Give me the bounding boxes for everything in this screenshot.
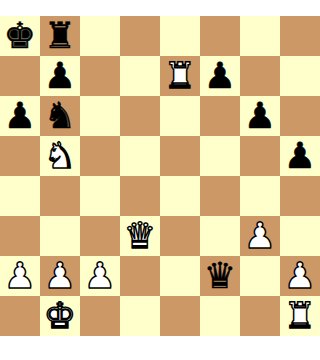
square-a2[interactable]: ♟: [0, 256, 40, 296]
square-d8[interactable]: [120, 16, 160, 56]
piece-white-rook[interactable]: ♜: [284, 296, 316, 336]
square-b3[interactable]: [40, 216, 80, 256]
square-h6[interactable]: [280, 96, 320, 136]
square-b5[interactable]: ♞: [40, 136, 80, 176]
square-a4[interactable]: [0, 176, 40, 216]
piece-white-pawn[interactable]: ♟: [4, 256, 36, 296]
square-f4[interactable]: [200, 176, 240, 216]
square-e5[interactable]: [160, 136, 200, 176]
square-e7[interactable]: ♜: [160, 56, 200, 96]
square-g2[interactable]: [240, 256, 280, 296]
square-c4[interactable]: [80, 176, 120, 216]
piece-black-pawn[interactable]: ♟: [44, 56, 76, 96]
square-h2[interactable]: ♟: [280, 256, 320, 296]
square-f2[interactable]: ♛: [200, 256, 240, 296]
piece-white-pawn[interactable]: ♟: [284, 256, 316, 296]
square-b6[interactable]: ♞: [40, 96, 80, 136]
square-c7[interactable]: [80, 56, 120, 96]
square-g6[interactable]: ♟: [240, 96, 280, 136]
square-d6[interactable]: [120, 96, 160, 136]
move-prompt-bar: 1. ?: [0, 336, 320, 360]
square-g3[interactable]: ♟: [240, 216, 280, 256]
square-f3[interactable]: [200, 216, 240, 256]
title-bar: BWTC.0860: [0, 0, 320, 16]
square-h7[interactable]: [280, 56, 320, 96]
square-a1[interactable]: [0, 296, 40, 336]
square-c5[interactable]: [80, 136, 120, 176]
square-g8[interactable]: [240, 16, 280, 56]
square-h3[interactable]: [280, 216, 320, 256]
square-d2[interactable]: [120, 256, 160, 296]
square-h4[interactable]: [280, 176, 320, 216]
piece-white-queen[interactable]: ♛: [124, 216, 156, 256]
square-a5[interactable]: [0, 136, 40, 176]
piece-white-knight[interactable]: ♞: [44, 136, 76, 176]
square-b8[interactable]: ♜: [40, 16, 80, 56]
square-f5[interactable]: [200, 136, 240, 176]
square-d7[interactable]: [120, 56, 160, 96]
square-e1[interactable]: [160, 296, 200, 336]
piece-white-rook[interactable]: ♜: [164, 56, 196, 96]
piece-black-queen[interactable]: ♛: [204, 256, 236, 296]
piece-white-pawn[interactable]: ♟: [84, 256, 116, 296]
square-g1[interactable]: [240, 296, 280, 336]
piece-white-pawn[interactable]: ♟: [244, 216, 276, 256]
square-d5[interactable]: [120, 136, 160, 176]
square-h1[interactable]: ♜: [280, 296, 320, 336]
square-d3[interactable]: ♛: [120, 216, 160, 256]
square-g7[interactable]: [240, 56, 280, 96]
square-e6[interactable]: [160, 96, 200, 136]
piece-black-knight[interactable]: ♞: [44, 96, 76, 136]
square-c3[interactable]: [80, 216, 120, 256]
square-d4[interactable]: [120, 176, 160, 216]
square-g5[interactable]: [240, 136, 280, 176]
chess-puzzle-app: BWTC.0860 ♚♜♟♜♟♟♞♟♞♟♛♟♟♟♟♛♟♚♜ 1. ?: [0, 0, 320, 360]
square-b4[interactable]: [40, 176, 80, 216]
piece-black-rook[interactable]: ♜: [44, 16, 76, 56]
square-e2[interactable]: [160, 256, 200, 296]
square-d1[interactable]: [120, 296, 160, 336]
square-c2[interactable]: ♟: [80, 256, 120, 296]
square-h5[interactable]: ♟: [280, 136, 320, 176]
square-c1[interactable]: [80, 296, 120, 336]
square-b7[interactable]: ♟: [40, 56, 80, 96]
square-c8[interactable]: [80, 16, 120, 56]
piece-black-pawn[interactable]: ♟: [284, 136, 316, 176]
square-f7[interactable]: ♟: [200, 56, 240, 96]
piece-white-pawn[interactable]: ♟: [44, 256, 76, 296]
square-e8[interactable]: [160, 16, 200, 56]
piece-black-pawn[interactable]: ♟: [244, 96, 276, 136]
piece-white-king[interactable]: ♚: [44, 296, 76, 336]
square-h8[interactable]: [280, 16, 320, 56]
square-f1[interactable]: [200, 296, 240, 336]
square-b1[interactable]: ♚: [40, 296, 80, 336]
square-e3[interactable]: [160, 216, 200, 256]
square-a7[interactable]: [0, 56, 40, 96]
piece-black-pawn[interactable]: ♟: [204, 56, 236, 96]
square-f6[interactable]: [200, 96, 240, 136]
square-a6[interactable]: ♟: [0, 96, 40, 136]
square-a3[interactable]: [0, 216, 40, 256]
piece-black-king[interactable]: ♚: [4, 16, 36, 56]
square-g4[interactable]: [240, 176, 280, 216]
square-e4[interactable]: [160, 176, 200, 216]
square-c6[interactable]: [80, 96, 120, 136]
chess-board: ♚♜♟♜♟♟♞♟♞♟♛♟♟♟♟♛♟♚♜: [0, 16, 320, 336]
square-a8[interactable]: ♚: [0, 16, 40, 56]
square-f8[interactable]: [200, 16, 240, 56]
square-b2[interactable]: ♟: [40, 256, 80, 296]
piece-black-pawn[interactable]: ♟: [4, 96, 36, 136]
